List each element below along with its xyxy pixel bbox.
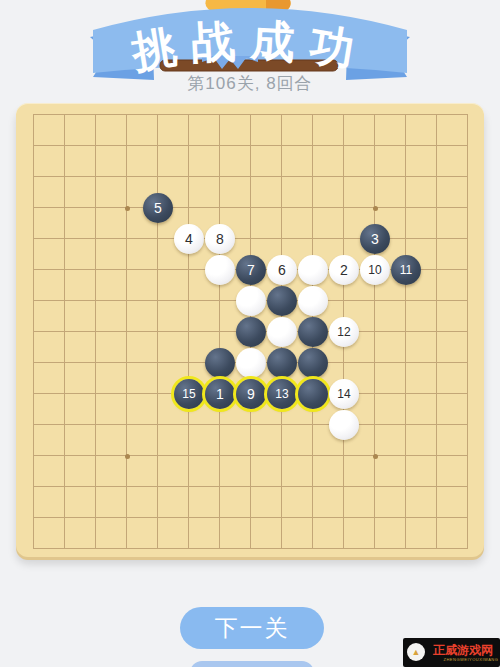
star-point [373,206,378,211]
stone-black [267,348,297,378]
stone-white [298,255,328,285]
move-number: 13 [275,388,288,400]
stone-black-5: 5 [143,193,173,223]
board-grid: 548376210111215191314 [33,114,468,549]
stone-black [205,348,235,378]
secondary-button-partial[interactable] [190,661,314,667]
next-level-button[interactable]: 下一关 [180,607,324,649]
stone-white [236,348,266,378]
stone-black [236,317,266,347]
move-number: 14 [337,388,350,400]
stone-black-1: 1 [205,379,235,409]
stone-white-14: 14 [329,379,359,409]
stone-white-4: 4 [174,224,204,254]
stone-black-13: 13 [267,379,297,409]
stone-black [298,379,328,409]
watermark-subtext: ZHENGWEIYOUXIWANG [444,657,481,662]
stone-black-9: 9 [236,379,266,409]
move-number: 7 [247,263,255,277]
stone-white [236,286,266,316]
stone-black-7: 7 [236,255,266,285]
stone-white [267,317,297,347]
stone-white-6: 6 [267,255,297,285]
move-number: 1 [216,387,224,401]
stone-black [267,286,297,316]
level-subtitle: 第106关, 8回合 [0,72,500,95]
move-number: 4 [185,232,193,246]
stone-white [205,255,235,285]
stone-black-15: 15 [174,379,204,409]
star-point [373,454,378,459]
stone-white-8: 8 [205,224,235,254]
stone-black [298,317,328,347]
stone-white-12: 12 [329,317,359,347]
move-number: 8 [216,232,224,246]
gomoku-board: 548376210111215191314 [16,103,484,557]
star-point [125,454,130,459]
star-point [125,206,130,211]
stone-white [298,286,328,316]
move-number: 15 [182,388,195,400]
stone-black-3: 3 [360,224,390,254]
move-number: 6 [278,263,286,277]
stone-white-2: 2 [329,255,359,285]
stone-black [298,348,328,378]
move-number: 2 [340,263,348,277]
stone-white-10: 10 [360,255,390,285]
success-screen: 挑战成功 第106关, 8回合 548376210111215191314 下一… [0,0,500,667]
watermark-logo-icon: ▲ [407,643,425,661]
move-number: 3 [371,232,379,246]
move-number: 9 [247,387,255,401]
move-number: 10 [368,264,381,276]
move-number: 12 [337,326,350,338]
stone-black-11: 11 [391,255,421,285]
stone-white [329,410,359,440]
move-number: 11 [400,264,412,276]
watermark-badge: ▲ 正威游戏网 ZHENGWEIYOUXIWANG [403,638,500,667]
move-number: 5 [154,201,162,215]
